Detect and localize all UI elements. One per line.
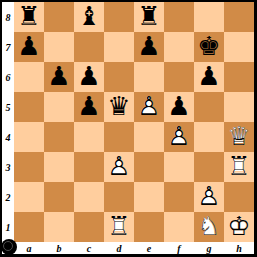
square-e1[interactable] bbox=[134, 212, 164, 242]
rank-labels: 87654321 bbox=[2, 2, 14, 242]
square-b3[interactable] bbox=[44, 152, 74, 182]
square-g4[interactable] bbox=[194, 122, 224, 152]
white-pawn-fill: ♟ bbox=[104, 152, 134, 182]
rank-label-1: 1 bbox=[2, 212, 14, 242]
square-c4[interactable] bbox=[74, 122, 104, 152]
square-h1[interactable]: ♚♔ bbox=[224, 212, 254, 242]
square-d4[interactable] bbox=[104, 122, 134, 152]
square-c8[interactable]: ♝ bbox=[74, 2, 104, 32]
square-h7[interactable] bbox=[224, 32, 254, 62]
square-g8[interactable] bbox=[194, 2, 224, 32]
file-label-f: f bbox=[164, 242, 194, 254]
indicator-ring bbox=[3, 241, 13, 251]
square-g5[interactable] bbox=[194, 92, 224, 122]
square-c1[interactable] bbox=[74, 212, 104, 242]
black-pawn[interactable]: ♟ bbox=[164, 92, 194, 122]
square-f2[interactable] bbox=[164, 182, 194, 212]
file-label-c: c bbox=[74, 242, 104, 254]
black-pawn[interactable]: ♟ bbox=[74, 62, 104, 92]
square-a8[interactable]: ♜ bbox=[14, 2, 44, 32]
white-knight[interactable]: ♘ bbox=[194, 212, 224, 242]
square-b4[interactable] bbox=[44, 122, 74, 152]
white-pawn-fill: ♟ bbox=[164, 122, 194, 152]
file-label-h: h bbox=[224, 242, 254, 254]
file-label-a: a bbox=[14, 242, 44, 254]
square-b8[interactable] bbox=[44, 2, 74, 32]
black-pawn[interactable]: ♟ bbox=[44, 62, 74, 92]
square-a7[interactable]: ♟ bbox=[14, 32, 44, 62]
black-pawn[interactable]: ♟ bbox=[74, 92, 104, 122]
file-labels: abcdefgh bbox=[2, 242, 254, 254]
square-d1[interactable]: ♜♖ bbox=[104, 212, 134, 242]
white-pawn[interactable]: ♙ bbox=[134, 92, 164, 122]
square-c5[interactable]: ♟ bbox=[74, 92, 104, 122]
square-e6[interactable] bbox=[134, 62, 164, 92]
square-a4[interactable] bbox=[14, 122, 44, 152]
black-pawn[interactable]: ♟ bbox=[194, 62, 224, 92]
square-b1[interactable] bbox=[44, 212, 74, 242]
rank-label-7: 7 bbox=[2, 32, 14, 62]
file-label-g: g bbox=[194, 242, 224, 254]
file-label-d: d bbox=[104, 242, 134, 254]
square-a1[interactable] bbox=[14, 212, 44, 242]
square-f3[interactable] bbox=[164, 152, 194, 182]
square-f7[interactable] bbox=[164, 32, 194, 62]
square-a2[interactable] bbox=[14, 182, 44, 212]
square-d7[interactable] bbox=[104, 32, 134, 62]
white-rook-fill: ♜ bbox=[224, 152, 254, 182]
rank-label-6: 6 bbox=[2, 62, 14, 92]
white-knight-fill: ♞ bbox=[194, 212, 224, 242]
rank-label-4: 4 bbox=[2, 122, 14, 152]
file-label-b: b bbox=[44, 242, 74, 254]
square-h2[interactable] bbox=[224, 182, 254, 212]
square-h8[interactable] bbox=[224, 2, 254, 32]
square-f8[interactable] bbox=[164, 2, 194, 32]
square-c7[interactable] bbox=[74, 32, 104, 62]
black-rook[interactable]: ♜ bbox=[134, 2, 164, 32]
side-to-move-indicator bbox=[1, 239, 17, 255]
white-rook[interactable]: ♖ bbox=[224, 152, 254, 182]
white-queen[interactable]: ♕ bbox=[224, 122, 254, 152]
square-g2[interactable]: ♟♙ bbox=[194, 182, 224, 212]
rank-label-3: 3 bbox=[2, 152, 14, 182]
rank-label-8: 8 bbox=[2, 2, 14, 32]
white-pawn[interactable]: ♙ bbox=[104, 152, 134, 182]
black-rook[interactable]: ♜ bbox=[14, 2, 44, 32]
white-rook-fill: ♜ bbox=[104, 212, 134, 242]
square-c2[interactable] bbox=[74, 182, 104, 212]
black-pawn[interactable]: ♟ bbox=[14, 32, 44, 62]
square-a3[interactable] bbox=[14, 152, 44, 182]
square-e8[interactable]: ♜ bbox=[134, 2, 164, 32]
square-a6[interactable] bbox=[14, 62, 44, 92]
square-g7[interactable]: ♚ bbox=[194, 32, 224, 62]
chess-diagram: 87654321 ♜♝♜♟♟♚♟♟♟♟♛♟♙♟♟♙♛♕♟♙♜♖♟♙♜♖♞♘♚♔ … bbox=[0, 0, 257, 257]
square-f5[interactable]: ♟ bbox=[164, 92, 194, 122]
square-d8[interactable] bbox=[104, 2, 134, 32]
square-d2[interactable] bbox=[104, 182, 134, 212]
square-f4[interactable]: ♟♙ bbox=[164, 122, 194, 152]
square-f6[interactable] bbox=[164, 62, 194, 92]
rank-label-2: 2 bbox=[2, 182, 14, 212]
square-b2[interactable] bbox=[44, 182, 74, 212]
square-d6[interactable] bbox=[104, 62, 134, 92]
square-a5[interactable] bbox=[14, 92, 44, 122]
square-c3[interactable] bbox=[74, 152, 104, 182]
square-b5[interactable] bbox=[44, 92, 74, 122]
white-king[interactable]: ♔ bbox=[224, 212, 254, 242]
white-queen-fill: ♛ bbox=[224, 122, 254, 152]
chess-board: ♜♝♜♟♟♚♟♟♟♟♛♟♙♟♟♙♛♕♟♙♜♖♟♙♜♖♞♘♚♔ bbox=[14, 2, 254, 242]
square-d5[interactable]: ♛ bbox=[104, 92, 134, 122]
square-c6[interactable]: ♟ bbox=[74, 62, 104, 92]
square-e2[interactable] bbox=[134, 182, 164, 212]
square-h4[interactable]: ♛♕ bbox=[224, 122, 254, 152]
white-king-fill: ♚ bbox=[224, 212, 254, 242]
square-g6[interactable]: ♟ bbox=[194, 62, 224, 92]
square-e3[interactable] bbox=[134, 152, 164, 182]
square-b7[interactable] bbox=[44, 32, 74, 62]
black-pawn[interactable]: ♟ bbox=[134, 32, 164, 62]
file-label-e: e bbox=[134, 242, 164, 254]
black-king[interactable]: ♚ bbox=[194, 32, 224, 62]
square-e4[interactable] bbox=[134, 122, 164, 152]
white-pawn[interactable]: ♙ bbox=[194, 182, 224, 212]
square-h5[interactable] bbox=[224, 92, 254, 122]
rank-label-5: 5 bbox=[2, 92, 14, 122]
square-h6[interactable] bbox=[224, 62, 254, 92]
square-h3[interactable]: ♜♖ bbox=[224, 152, 254, 182]
white-pawn-fill: ♟ bbox=[194, 182, 224, 212]
square-g1[interactable]: ♞♘ bbox=[194, 212, 224, 242]
square-f1[interactable] bbox=[164, 212, 194, 242]
black-queen[interactable]: ♛ bbox=[104, 92, 134, 122]
white-pawn-fill: ♟ bbox=[134, 92, 164, 122]
square-e5[interactable]: ♟♙ bbox=[134, 92, 164, 122]
square-e7[interactable]: ♟ bbox=[134, 32, 164, 62]
white-pawn[interactable]: ♙ bbox=[164, 122, 194, 152]
square-d3[interactable]: ♟♙ bbox=[104, 152, 134, 182]
black-bishop[interactable]: ♝ bbox=[74, 2, 104, 32]
square-b6[interactable]: ♟ bbox=[44, 62, 74, 92]
square-g3[interactable] bbox=[194, 152, 224, 182]
white-rook[interactable]: ♖ bbox=[104, 212, 134, 242]
